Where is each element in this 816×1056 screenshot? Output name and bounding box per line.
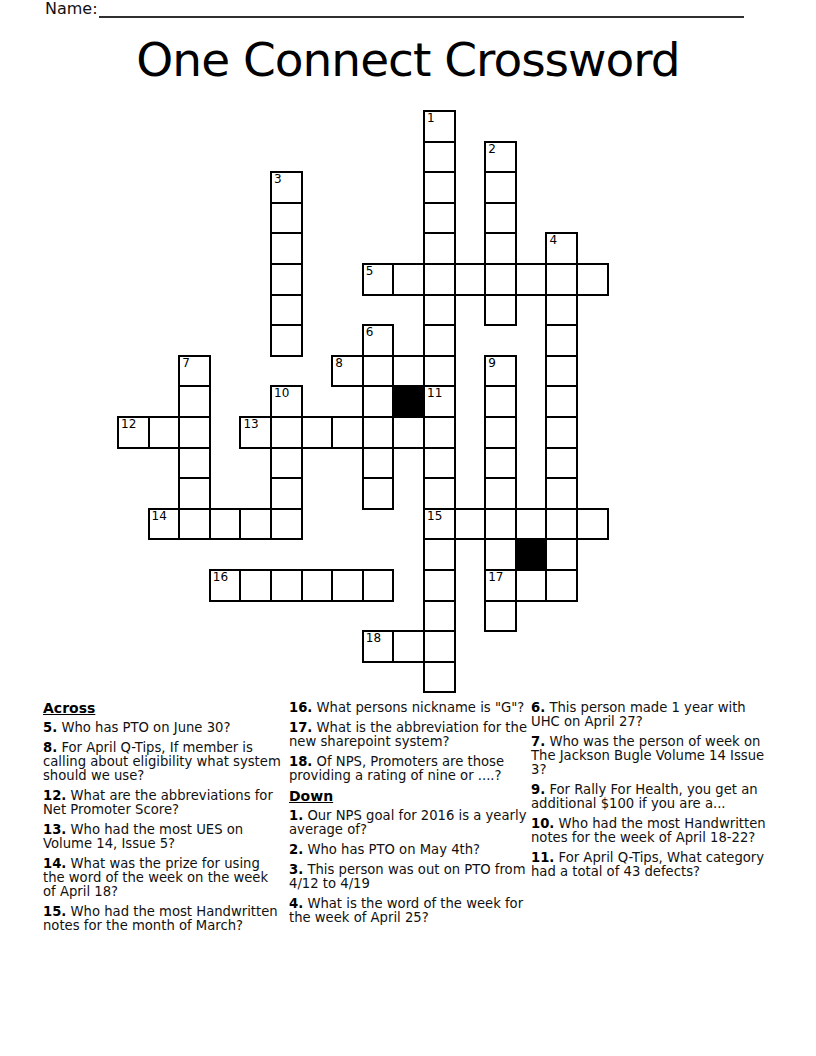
answer-cell-r13c5[interactable] xyxy=(270,508,303,541)
down-header: Down xyxy=(289,789,527,804)
answer-cell-r15c3[interactable]: 16 xyxy=(209,569,242,602)
clue-number-14: 14 xyxy=(152,510,167,523)
answer-cell-r2c5[interactable]: 3 xyxy=(270,171,303,204)
clue-number-1: 1 xyxy=(427,112,435,125)
answer-cell-r10c1[interactable] xyxy=(148,416,181,449)
answer-cell-r11c10[interactable] xyxy=(423,447,456,480)
answer-cell-r5c8[interactable]: 5 xyxy=(362,263,395,296)
clue-number-15: 15 xyxy=(427,510,442,523)
answer-cell-r1c10[interactable] xyxy=(423,141,456,174)
answer-cell-r13c12[interactable] xyxy=(484,508,517,541)
clue-number-3: 3 xyxy=(274,173,282,186)
answer-cell-r16c10[interactable] xyxy=(423,600,456,633)
name-label: Name: xyxy=(45,0,98,18)
answer-cell-r8c12[interactable]: 9 xyxy=(484,355,517,388)
answer-cell-r10c0[interactable]: 12 xyxy=(117,416,150,449)
answer-cell-r2c12[interactable] xyxy=(484,171,517,204)
answer-cell-r13c4[interactable] xyxy=(239,508,272,541)
answer-cell-r3c10[interactable] xyxy=(423,202,456,235)
answer-cell-r14c12[interactable] xyxy=(484,538,517,571)
answer-cell-r3c5[interactable] xyxy=(270,202,303,235)
answer-cell-r13c3[interactable] xyxy=(209,508,242,541)
answer-cell-r15c7[interactable] xyxy=(331,569,364,602)
clue-number-8: 8 xyxy=(335,357,343,370)
answer-cell-r11c8[interactable] xyxy=(362,447,395,480)
answer-cell-r8c7[interactable]: 8 xyxy=(331,355,364,388)
answer-cell-r13c11[interactable] xyxy=(454,508,487,541)
answer-cell-r3c12[interactable] xyxy=(484,202,517,235)
clue-number-9: 9 xyxy=(488,357,496,370)
clue-number-12: 12 xyxy=(121,418,136,431)
answer-cell-r10c9[interactable] xyxy=(392,416,425,449)
answer-cell-r13c14[interactable] xyxy=(545,508,578,541)
answer-cell-r6c12[interactable] xyxy=(484,294,517,327)
answer-cell-r13c1[interactable]: 14 xyxy=(148,508,181,541)
clue-across-15: 15. Who had the most Handwritten notes f… xyxy=(43,905,283,933)
black-cell-r14c13 xyxy=(515,538,548,571)
answer-cell-r9c5[interactable]: 10 xyxy=(270,385,303,418)
answer-cell-r12c14[interactable] xyxy=(545,477,578,510)
answer-cell-r2c10[interactable] xyxy=(423,171,456,204)
clue-column-2: 16. What persons nickname is "G"?17. Wha… xyxy=(289,701,527,931)
answer-cell-r15c5[interactable] xyxy=(270,569,303,602)
answer-cell-r4c5[interactable] xyxy=(270,232,303,265)
answer-cell-r9c2[interactable] xyxy=(178,385,211,418)
answer-cell-r15c10[interactable] xyxy=(423,569,456,602)
clue-across-12: 12. What are the abbreviations for Net P… xyxy=(43,789,283,817)
crossword-grid: 123456789101112131415161718 xyxy=(117,110,609,694)
clue-number-16: 16 xyxy=(213,571,228,584)
answer-cell-r4c12[interactable] xyxy=(484,232,517,265)
answer-cell-r5c13[interactable] xyxy=(515,263,548,296)
answer-cell-r13c15[interactable] xyxy=(576,508,609,541)
clue-down-2: 2. Who has PTO on May 4th? xyxy=(289,843,527,857)
clue-across-16: 16. What persons nickname is "G"? xyxy=(289,701,527,715)
answer-cell-r13c13[interactable] xyxy=(515,508,548,541)
clue-down-9: 9. For Rally For Health, you get an addi… xyxy=(531,783,767,811)
answer-cell-r0c10[interactable]: 1 xyxy=(423,110,456,143)
answer-cell-r16c12[interactable] xyxy=(484,600,517,633)
answer-cell-r15c13[interactable] xyxy=(515,569,548,602)
answer-cell-r5c15[interactable] xyxy=(576,263,609,296)
answer-cell-r9c10[interactable]: 11 xyxy=(423,385,456,418)
clue-number-4: 4 xyxy=(549,234,557,247)
answer-cell-r4c10[interactable] xyxy=(423,232,456,265)
answer-cell-r10c8[interactable] xyxy=(362,416,395,449)
answer-cell-r10c12[interactable] xyxy=(484,416,517,449)
answer-cell-r8c10[interactable] xyxy=(423,355,456,388)
answer-cell-r15c14[interactable] xyxy=(545,569,578,602)
answer-cell-r11c14[interactable] xyxy=(545,447,578,480)
page-title: One Connect Crossword xyxy=(0,34,816,86)
clue-across-8: 8. For April Q-Tips, If member is callin… xyxy=(43,741,283,783)
answer-cell-r8c2[interactable]: 7 xyxy=(178,355,211,388)
answer-cell-r7c5[interactable] xyxy=(270,324,303,357)
clue-number-17: 17 xyxy=(488,571,503,584)
clue-number-11: 11 xyxy=(427,387,442,400)
answer-cell-r9c14[interactable] xyxy=(545,385,578,418)
clue-number-6: 6 xyxy=(366,326,374,339)
clue-down-6: 6. This person made 1 year with UHC on A… xyxy=(531,701,767,729)
clue-number-18: 18 xyxy=(366,632,381,645)
answer-cell-r10c14[interactable] xyxy=(545,416,578,449)
clue-across-17: 17. What is the abbreviation for the new… xyxy=(289,721,527,749)
answer-cell-r6c5[interactable] xyxy=(270,294,303,327)
answer-cell-r8c9[interactable] xyxy=(392,355,425,388)
clue-down-7: 7. Who was the person of week on The Jac… xyxy=(531,735,767,777)
clue-across-13: 13. Who had the most UES on Volume 14, I… xyxy=(43,823,283,851)
answer-cell-r13c2[interactable] xyxy=(178,508,211,541)
answer-cell-r11c2[interactable] xyxy=(178,447,211,480)
answer-cell-r10c10[interactable] xyxy=(423,416,456,449)
across-header: Across xyxy=(43,701,283,716)
answer-cell-r8c14[interactable] xyxy=(545,355,578,388)
answer-cell-r12c5[interactable] xyxy=(270,477,303,510)
answer-cell-r15c12[interactable]: 17 xyxy=(484,569,517,602)
answer-cell-r1c12[interactable]: 2 xyxy=(484,141,517,174)
clue-down-4: 4. What is the word of the week for the … xyxy=(289,897,527,925)
answer-cell-r10c4[interactable]: 13 xyxy=(239,416,272,449)
clue-number-13: 13 xyxy=(243,418,258,431)
clue-number-5: 5 xyxy=(366,265,374,278)
answer-cell-r17c8[interactable]: 18 xyxy=(362,630,395,663)
answer-cell-r17c9[interactable] xyxy=(392,630,425,663)
answer-cell-r11c12[interactable] xyxy=(484,447,517,480)
answer-cell-r12c2[interactable] xyxy=(178,477,211,510)
black-cell-r9c9 xyxy=(392,385,425,418)
clue-column-3: 6. This person made 1 year with UHC on A… xyxy=(531,701,767,885)
answer-cell-r5c14[interactable] xyxy=(545,263,578,296)
answer-cell-r14c14[interactable] xyxy=(545,538,578,571)
clue-number-7: 7 xyxy=(182,357,190,370)
clue-column-1: Across5. Who has PTO on June 30?8. For A… xyxy=(43,701,283,939)
answer-cell-r8c8[interactable] xyxy=(362,355,395,388)
answer-cell-r5c11[interactable] xyxy=(454,263,487,296)
clue-number-2: 2 xyxy=(488,143,496,156)
answer-cell-r17c10[interactable] xyxy=(423,630,456,663)
answer-cell-r5c9[interactable] xyxy=(392,263,425,296)
answer-cell-r14c10[interactable] xyxy=(423,538,456,571)
answer-cell-r13c10[interactable]: 15 xyxy=(423,508,456,541)
answer-cell-r10c7[interactable] xyxy=(331,416,364,449)
answer-cell-r9c12[interactable] xyxy=(484,385,517,418)
crossword-worksheet-page: { "game": "crossword", "header": { "name… xyxy=(0,0,816,1056)
answer-cell-r4c14[interactable]: 4 xyxy=(545,232,578,265)
clue-down-10: 10. Who had the most Handwritten notes f… xyxy=(531,817,767,845)
answer-cell-r15c4[interactable] xyxy=(239,569,272,602)
answer-cell-r15c6[interactable] xyxy=(301,569,334,602)
answer-cell-r5c5[interactable] xyxy=(270,263,303,296)
answer-cell-r10c2[interactable] xyxy=(178,416,211,449)
clue-number-10: 10 xyxy=(274,387,289,400)
answer-cell-r9c8[interactable] xyxy=(362,385,395,418)
answer-cell-r6c14[interactable] xyxy=(545,294,578,327)
answer-cell-r12c10[interactable] xyxy=(423,477,456,510)
clue-across-14: 14. What was the prize for using the wor… xyxy=(43,857,283,899)
answer-cell-r10c5[interactable] xyxy=(270,416,303,449)
answer-cell-r15c8[interactable] xyxy=(362,569,395,602)
clue-down-11: 11. For April Q-Tips, What category had … xyxy=(531,851,767,879)
answer-cell-r12c8[interactable] xyxy=(362,477,395,510)
answer-cell-r12c12[interactable] xyxy=(484,477,517,510)
clue-across-18: 18. Of NPS, Promoters are those providin… xyxy=(289,755,527,783)
clue-down-1: 1. Our NPS goal for 2016 is a yearly ave… xyxy=(289,809,527,837)
clue-down-3: 3. This person was out on PTO from 4/12 … xyxy=(289,863,527,891)
answer-cell-r6c10[interactable] xyxy=(423,294,456,327)
answer-cell-r11c5[interactable] xyxy=(270,447,303,480)
answer-cell-r7c14[interactable] xyxy=(545,324,578,357)
answer-cell-r18c10[interactable] xyxy=(423,661,456,694)
answer-cell-r10c6[interactable] xyxy=(301,416,334,449)
answer-cell-r7c10[interactable] xyxy=(423,324,456,357)
answer-cell-r5c10[interactable] xyxy=(423,263,456,296)
answer-cell-r7c8[interactable]: 6 xyxy=(362,324,395,357)
answer-cell-r5c12[interactable] xyxy=(484,263,517,296)
name-fill-line[interactable] xyxy=(99,0,744,18)
clue-across-5: 5. Who has PTO on June 30? xyxy=(43,721,283,735)
